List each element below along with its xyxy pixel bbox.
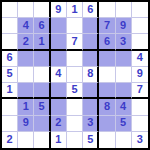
sudoku-cell-r9c3[interactable]	[34, 132, 50, 148]
sudoku-cell-r8c5[interactable]	[67, 116, 83, 132]
sudoku-cell-r3c6[interactable]	[83, 34, 99, 50]
sudoku-cell-r8c8[interactable]: 5	[116, 116, 132, 132]
sudoku-cell-r2c7[interactable]: 7	[99, 18, 115, 34]
sudoku-cell-r7c3[interactable]: 5	[34, 99, 50, 115]
sudoku-cell-r4c4[interactable]	[51, 51, 67, 67]
sudoku-cell-r7c5[interactable]	[67, 99, 83, 115]
sudoku-cell-r6c9[interactable]: 7	[132, 83, 148, 99]
sudoku-cell-r3c3[interactable]: 1	[34, 34, 50, 50]
sudoku-cell-r2c8[interactable]: 9	[116, 18, 132, 34]
sudoku-cell-r6c7[interactable]	[99, 83, 115, 99]
sudoku-cell-r2c6[interactable]	[83, 18, 99, 34]
sudoku-cell-r9c5[interactable]	[67, 132, 83, 148]
sudoku-cell-r3c4[interactable]	[51, 34, 67, 50]
sudoku-cell-r1c5[interactable]: 1	[67, 2, 83, 18]
sudoku-board: 916467921763645489157158492352153	[0, 0, 150, 150]
sudoku-cell-r8c2[interactable]: 9	[18, 116, 34, 132]
sudoku-cell-r5c1[interactable]: 5	[2, 67, 18, 83]
sudoku-cell-r1c6[interactable]: 6	[83, 2, 99, 18]
sudoku-cell-r4c1[interactable]: 6	[2, 51, 18, 67]
sudoku-cell-r9c7[interactable]	[99, 132, 115, 148]
sudoku-cell-r5c2[interactable]	[18, 67, 34, 83]
sudoku-cell-r5c7[interactable]	[99, 67, 115, 83]
sudoku-cell-r3c7[interactable]: 6	[99, 34, 115, 50]
sudoku-cell-r5c9[interactable]: 9	[132, 67, 148, 83]
sudoku-cell-r6c4[interactable]	[51, 83, 67, 99]
sudoku-cell-r8c1[interactable]	[2, 116, 18, 132]
sudoku-cell-r2c3[interactable]: 6	[34, 18, 50, 34]
sudoku-cell-r6c1[interactable]: 1	[2, 83, 18, 99]
sudoku-cell-r6c3[interactable]	[34, 83, 50, 99]
sudoku-cell-r7c4[interactable]	[51, 99, 67, 115]
sudoku-cell-r7c2[interactable]: 1	[18, 99, 34, 115]
sudoku-cell-r3c2[interactable]: 2	[18, 34, 34, 50]
sudoku-cell-r5c3[interactable]	[34, 67, 50, 83]
sudoku-cell-r4c8[interactable]	[116, 51, 132, 67]
sudoku-cell-r2c9[interactable]	[132, 18, 148, 34]
sudoku-cell-r8c6[interactable]: 3	[83, 116, 99, 132]
sudoku-cell-r6c2[interactable]	[18, 83, 34, 99]
sudoku-cell-r1c3[interactable]	[34, 2, 50, 18]
sudoku-cell-r7c8[interactable]: 4	[116, 99, 132, 115]
sudoku-cell-r1c8[interactable]	[116, 2, 132, 18]
sudoku-cell-r4c6[interactable]	[83, 51, 99, 67]
sudoku-cell-r2c4[interactable]	[51, 18, 67, 34]
sudoku-cell-r8c4[interactable]: 2	[51, 116, 67, 132]
sudoku-cell-r3c1[interactable]	[2, 34, 18, 50]
sudoku-cell-r1c2[interactable]	[18, 2, 34, 18]
sudoku-cell-r4c5[interactable]	[67, 51, 83, 67]
sudoku-cell-r6c5[interactable]: 5	[67, 83, 83, 99]
sudoku-cell-r9c6[interactable]: 5	[83, 132, 99, 148]
sudoku-cell-r3c8[interactable]: 3	[116, 34, 132, 50]
sudoku-cell-r8c3[interactable]	[34, 116, 50, 132]
sudoku-cell-r5c5[interactable]	[67, 67, 83, 83]
sudoku-cell-r9c9[interactable]: 3	[132, 132, 148, 148]
sudoku-cell-r7c7[interactable]: 8	[99, 99, 115, 115]
sudoku-cell-r1c7[interactable]	[99, 2, 115, 18]
sudoku-cell-r7c9[interactable]	[132, 99, 148, 115]
sudoku-cell-r4c2[interactable]	[18, 51, 34, 67]
sudoku-cell-r3c9[interactable]	[132, 34, 148, 50]
sudoku-cell-r8c7[interactable]	[99, 116, 115, 132]
sudoku-cell-r6c6[interactable]	[83, 83, 99, 99]
sudoku-cell-r2c5[interactable]	[67, 18, 83, 34]
sudoku-cell-r9c4[interactable]: 1	[51, 132, 67, 148]
sudoku-cell-r5c4[interactable]: 4	[51, 67, 67, 83]
sudoku-cell-r4c7[interactable]	[99, 51, 115, 67]
sudoku-cell-r5c6[interactable]: 8	[83, 67, 99, 83]
sudoku-cell-r7c6[interactable]	[83, 99, 99, 115]
sudoku-cell-r4c3[interactable]	[34, 51, 50, 67]
sudoku-cell-r3c5[interactable]: 7	[67, 34, 83, 50]
sudoku-cell-r4c9[interactable]: 4	[132, 51, 148, 67]
sudoku-cell-r5c8[interactable]	[116, 67, 132, 83]
sudoku-cell-r7c1[interactable]	[2, 99, 18, 115]
sudoku-cell-r8c9[interactable]	[132, 116, 148, 132]
sudoku-cell-r9c1[interactable]: 2	[2, 132, 18, 148]
sudoku-cell-r2c2[interactable]: 4	[18, 18, 34, 34]
sudoku-cell-r2c1[interactable]	[2, 18, 18, 34]
sudoku-cell-r1c4[interactable]: 9	[51, 2, 67, 18]
sudoku-cell-r9c8[interactable]	[116, 132, 132, 148]
sudoku-cell-r6c8[interactable]	[116, 83, 132, 99]
sudoku-cell-r1c9[interactable]	[132, 2, 148, 18]
sudoku-cell-r1c1[interactable]	[2, 2, 18, 18]
sudoku-cell-r9c2[interactable]	[18, 132, 34, 148]
